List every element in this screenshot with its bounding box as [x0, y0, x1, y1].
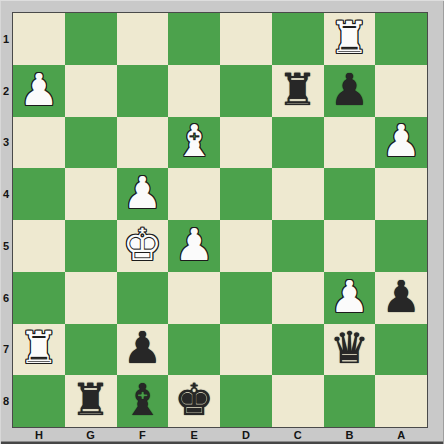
white-pawn-h2[interactable]: ♟ [19, 68, 58, 112]
square-e6[interactable] [168, 272, 220, 324]
square-g4[interactable] [65, 168, 117, 220]
black-pawn-f7[interactable]: ♟ [123, 326, 162, 370]
rank-label-8: 8 [0, 375, 12, 427]
square-h3[interactable] [13, 117, 65, 169]
square-b4[interactable] [324, 168, 376, 220]
black-pawn-b2[interactable]: ♟ [330, 68, 369, 112]
square-e2[interactable] [168, 65, 220, 117]
square-g5[interactable] [65, 220, 117, 272]
square-c8[interactable] [272, 375, 324, 427]
square-h2[interactable]: ♟ [13, 65, 65, 117]
white-bishop-e3[interactable]: ♝ [174, 119, 213, 163]
file-label-f: F [117, 427, 169, 442]
file-label-c: C [272, 427, 324, 442]
rank-label-1: 1 [0, 13, 12, 65]
file-label-d: D [220, 427, 272, 442]
square-g2[interactable] [65, 65, 117, 117]
white-pawn-e5[interactable]: ♟ [174, 223, 213, 267]
white-pawn-b6[interactable]: ♟ [330, 275, 369, 319]
square-a2[interactable] [375, 65, 427, 117]
square-d8[interactable] [220, 375, 272, 427]
square-g8[interactable]: ♜ [65, 375, 117, 427]
black-king-e8[interactable]: ♚ [174, 378, 213, 422]
square-d7[interactable] [220, 324, 272, 376]
square-f7[interactable]: ♟ [117, 324, 169, 376]
board: ♜♟♜♟♝♟♟♚♟♟♟♜♟♛♜♝♚ [12, 12, 428, 428]
square-c1[interactable] [272, 13, 324, 65]
square-a1[interactable] [375, 13, 427, 65]
file-label-h: H [13, 427, 65, 442]
square-b5[interactable] [324, 220, 376, 272]
square-b8[interactable] [324, 375, 376, 427]
square-b6[interactable]: ♟ [324, 272, 376, 324]
square-h7[interactable]: ♜ [13, 324, 65, 376]
white-pawn-a3[interactable]: ♟ [381, 119, 420, 163]
square-a6[interactable]: ♟ [375, 272, 427, 324]
square-b2[interactable]: ♟ [324, 65, 376, 117]
white-king-f5[interactable]: ♚ [123, 223, 162, 267]
square-e8[interactable]: ♚ [168, 375, 220, 427]
square-a3[interactable]: ♟ [375, 117, 427, 169]
square-c3[interactable] [272, 117, 324, 169]
file-label-e: E [168, 427, 220, 442]
black-bishop-f8[interactable]: ♝ [123, 378, 162, 422]
file-label-g: G [65, 427, 117, 442]
square-g6[interactable] [65, 272, 117, 324]
square-a5[interactable] [375, 220, 427, 272]
square-d4[interactable] [220, 168, 272, 220]
white-rook-h7[interactable]: ♜ [19, 326, 58, 370]
square-f4[interactable]: ♟ [117, 168, 169, 220]
square-g1[interactable] [65, 13, 117, 65]
black-queen-b7[interactable]: ♛ [330, 326, 369, 370]
square-c5[interactable] [272, 220, 324, 272]
rank-label-3: 3 [0, 117, 12, 169]
rank-label-5: 5 [0, 220, 12, 272]
black-rook-c2[interactable]: ♜ [278, 68, 317, 112]
square-h8[interactable] [13, 375, 65, 427]
square-h4[interactable] [13, 168, 65, 220]
black-rook-g8[interactable]: ♜ [71, 378, 110, 422]
square-d5[interactable] [220, 220, 272, 272]
square-e5[interactable]: ♟ [168, 220, 220, 272]
square-e4[interactable] [168, 168, 220, 220]
square-f2[interactable] [117, 65, 169, 117]
square-d3[interactable] [220, 117, 272, 169]
square-d2[interactable] [220, 65, 272, 117]
file-labels: HGFEDCBA [13, 427, 427, 442]
chess-diagram: 12345678 ♜♟♜♟♝♟♟♚♟♟♟♜♟♛♜♝♚ HGFEDCBA [0, 0, 444, 444]
rank-labels: 12345678 [0, 13, 12, 427]
square-f6[interactable] [117, 272, 169, 324]
square-f3[interactable] [117, 117, 169, 169]
square-g3[interactable] [65, 117, 117, 169]
square-b3[interactable] [324, 117, 376, 169]
square-a7[interactable] [375, 324, 427, 376]
square-b7[interactable]: ♛ [324, 324, 376, 376]
square-h1[interactable] [13, 13, 65, 65]
square-e3[interactable]: ♝ [168, 117, 220, 169]
black-pawn-a6[interactable]: ♟ [381, 275, 420, 319]
square-a8[interactable] [375, 375, 427, 427]
rank-label-7: 7 [0, 324, 12, 376]
square-d6[interactable] [220, 272, 272, 324]
rank-label-4: 4 [0, 168, 12, 220]
square-f1[interactable] [117, 13, 169, 65]
white-pawn-f4[interactable]: ♟ [123, 171, 162, 215]
square-a4[interactable] [375, 168, 427, 220]
square-f8[interactable]: ♝ [117, 375, 169, 427]
rank-label-2: 2 [0, 65, 12, 117]
square-g7[interactable] [65, 324, 117, 376]
rank-label-6: 6 [0, 272, 12, 324]
white-rook-b1[interactable]: ♜ [330, 16, 369, 60]
square-h6[interactable] [13, 272, 65, 324]
file-label-b: B [324, 427, 376, 442]
square-d1[interactable] [220, 13, 272, 65]
square-c4[interactable] [272, 168, 324, 220]
square-c6[interactable] [272, 272, 324, 324]
square-e1[interactable] [168, 13, 220, 65]
square-b1[interactable]: ♜ [324, 13, 376, 65]
square-h5[interactable] [13, 220, 65, 272]
square-f5[interactable]: ♚ [117, 220, 169, 272]
square-e7[interactable] [168, 324, 220, 376]
square-c2[interactable]: ♜ [272, 65, 324, 117]
file-label-a: A [375, 427, 427, 442]
square-c7[interactable] [272, 324, 324, 376]
